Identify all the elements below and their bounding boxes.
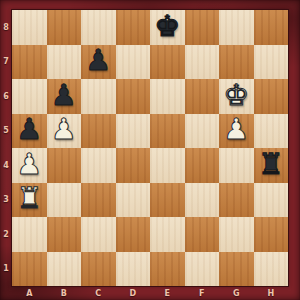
- square-a4[interactable]: ♟: [12, 148, 47, 183]
- square-b1[interactable]: [47, 252, 82, 287]
- square-b5[interactable]: ♟: [47, 114, 82, 149]
- square-f8[interactable]: [185, 10, 220, 45]
- square-f4[interactable]: [185, 148, 220, 183]
- square-d8[interactable]: [116, 10, 151, 45]
- rank-label-6: 6: [3, 92, 9, 101]
- rank-label-5: 5: [3, 126, 9, 135]
- piece-white-pawn-a4[interactable]: ♟: [16, 150, 42, 179]
- piece-black-pawn-a5[interactable]: ♟: [16, 115, 42, 144]
- square-g8[interactable]: [219, 10, 254, 45]
- square-g6[interactable]: ♚: [219, 79, 254, 114]
- file-label-c: C: [95, 289, 101, 298]
- rank-label-4: 4: [3, 161, 9, 170]
- square-b6[interactable]: ♟: [47, 79, 82, 114]
- piece-black-pawn-c7[interactable]: ♟: [85, 46, 111, 75]
- square-h5[interactable]: [254, 114, 289, 149]
- square-h8[interactable]: [254, 10, 289, 45]
- square-g4[interactable]: [219, 148, 254, 183]
- square-d1[interactable]: [116, 252, 151, 287]
- square-h6[interactable]: [254, 79, 289, 114]
- rank-label-1: 1: [3, 264, 9, 273]
- square-f5[interactable]: [185, 114, 220, 149]
- square-b3[interactable]: [47, 183, 82, 218]
- square-b2[interactable]: [47, 217, 82, 252]
- square-a5[interactable]: ♟: [12, 114, 47, 149]
- square-h7[interactable]: [254, 45, 289, 80]
- piece-white-pawn-b5[interactable]: ♟: [51, 115, 77, 144]
- piece-black-rook-h4[interactable]: ♜: [258, 150, 284, 179]
- square-f3[interactable]: [185, 183, 220, 218]
- file-label-h: H: [267, 289, 274, 298]
- square-b7[interactable]: [47, 45, 82, 80]
- square-e8[interactable]: ♚: [150, 10, 185, 45]
- square-a6[interactable]: [12, 79, 47, 114]
- square-d5[interactable]: [116, 114, 151, 149]
- square-f2[interactable]: [185, 217, 220, 252]
- square-d3[interactable]: [116, 183, 151, 218]
- square-g3[interactable]: [219, 183, 254, 218]
- square-e6[interactable]: [150, 79, 185, 114]
- piece-black-king-e8[interactable]: ♚: [154, 12, 180, 41]
- file-labels: ABCDEFGH: [12, 286, 288, 300]
- square-e3[interactable]: [150, 183, 185, 218]
- square-a7[interactable]: [12, 45, 47, 80]
- square-h2[interactable]: [254, 217, 289, 252]
- square-c7[interactable]: ♟: [81, 45, 116, 80]
- square-e4[interactable]: [150, 148, 185, 183]
- square-c2[interactable]: [81, 217, 116, 252]
- square-h4[interactable]: ♜: [254, 148, 289, 183]
- square-a1[interactable]: [12, 252, 47, 287]
- file-label-d: D: [129, 289, 136, 298]
- square-b8[interactable]: [47, 10, 82, 45]
- square-g2[interactable]: [219, 217, 254, 252]
- file-label-e: E: [165, 289, 170, 298]
- square-c1[interactable]: [81, 252, 116, 287]
- rank-label-8: 8: [3, 23, 9, 32]
- square-f6[interactable]: [185, 79, 220, 114]
- file-label-f: F: [199, 289, 204, 298]
- square-e2[interactable]: [150, 217, 185, 252]
- square-h1[interactable]: [254, 252, 289, 287]
- square-a3[interactable]: ♜: [12, 183, 47, 218]
- rank-label-2: 2: [3, 230, 9, 239]
- square-g7[interactable]: [219, 45, 254, 80]
- square-f1[interactable]: [185, 252, 220, 287]
- square-g5[interactable]: ♟: [219, 114, 254, 149]
- piece-black-pawn-b6[interactable]: ♟: [51, 81, 77, 110]
- square-a8[interactable]: [12, 10, 47, 45]
- square-c4[interactable]: [81, 148, 116, 183]
- square-d7[interactable]: [116, 45, 151, 80]
- square-c8[interactable]: [81, 10, 116, 45]
- chess-board-frame: 87654321 ABCDEFGH ♚♟♟♚♟♟♟♟♜♜: [0, 0, 300, 300]
- square-h3[interactable]: [254, 183, 289, 218]
- rank-label-3: 3: [3, 195, 9, 204]
- piece-white-rook-a3[interactable]: ♜: [16, 184, 42, 213]
- square-d6[interactable]: [116, 79, 151, 114]
- square-d4[interactable]: [116, 148, 151, 183]
- piece-white-pawn-g5[interactable]: ♟: [223, 115, 249, 144]
- chess-board: ♚♟♟♚♟♟♟♟♜♜: [12, 10, 288, 286]
- rank-labels: 87654321: [0, 10, 12, 286]
- square-b4[interactable]: [47, 148, 82, 183]
- square-e7[interactable]: [150, 45, 185, 80]
- file-label-b: B: [61, 289, 67, 298]
- square-c6[interactable]: [81, 79, 116, 114]
- square-e1[interactable]: [150, 252, 185, 287]
- square-g1[interactable]: [219, 252, 254, 287]
- square-a2[interactable]: [12, 217, 47, 252]
- piece-white-king-g6[interactable]: ♚: [223, 81, 249, 110]
- file-label-g: G: [233, 289, 240, 298]
- file-label-a: A: [26, 289, 32, 298]
- square-f7[interactable]: [185, 45, 220, 80]
- square-c5[interactable]: [81, 114, 116, 149]
- square-d2[interactable]: [116, 217, 151, 252]
- square-e5[interactable]: [150, 114, 185, 149]
- rank-label-7: 7: [3, 57, 9, 66]
- square-c3[interactable]: [81, 183, 116, 218]
